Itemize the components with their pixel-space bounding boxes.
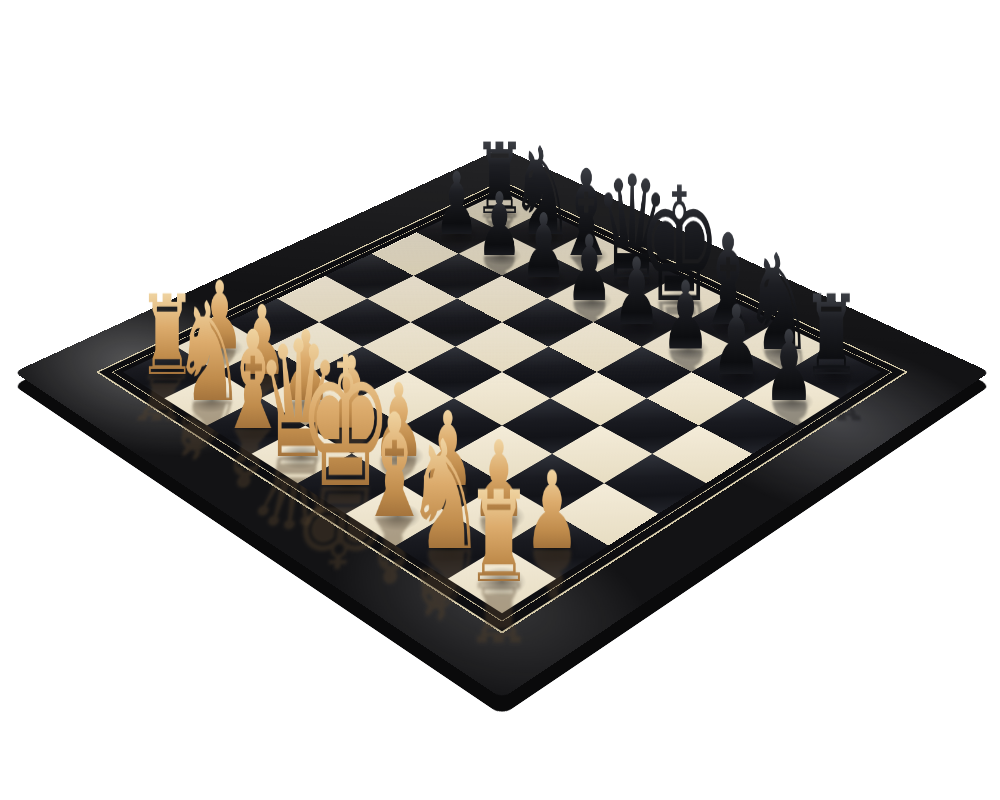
frame-inlay-line-inner: ♜♜♞♞♝♝♛♛♚♚♝♝♞♞♜♜♟♟♟♟♟♟♟♟♟♟♟♟♟♟♟♟♟♟♟♟♟♟♟♟… — [112, 187, 893, 622]
black-pawn-reflection: ♟ — [660, 341, 717, 393]
chess-board: ♜♜♞♞♝♝♛♛♚♚♝♝♞♞♜♜♟♟♟♟♟♟♟♟♟♟♟♟♟♟♟♟♟♟♟♟♟♟♟♟… — [14, 148, 990, 699]
board-squares: ♜♜♞♞♝♝♛♛♚♚♝♝♞♞♜♜♟♟♟♟♟♟♟♟♟♟♟♟♟♟♟♟♟♟♟♟♟♟♟♟… — [123, 192, 881, 614]
board-frame: ♜♜♞♞♝♝♛♛♚♚♝♝♞♞♜♜♟♟♟♟♟♟♟♟♟♟♟♟♟♟♟♟♟♟♟♟♟♟♟♟… — [14, 148, 990, 699]
frame-inlay-line-outer: ♜♜♞♞♝♝♛♛♚♚♝♝♞♞♜♜♟♟♟♟♟♟♟♟♟♟♟♟♟♟♟♟♟♟♟♟♟♟♟♟… — [96, 181, 908, 634]
product-photo-scene: ♜♜♞♞♝♝♛♛♚♚♝♝♞♞♜♜♟♟♟♟♟♟♟♟♟♟♟♟♟♟♟♟♟♟♟♟♟♟♟♟… — [0, 0, 1000, 800]
